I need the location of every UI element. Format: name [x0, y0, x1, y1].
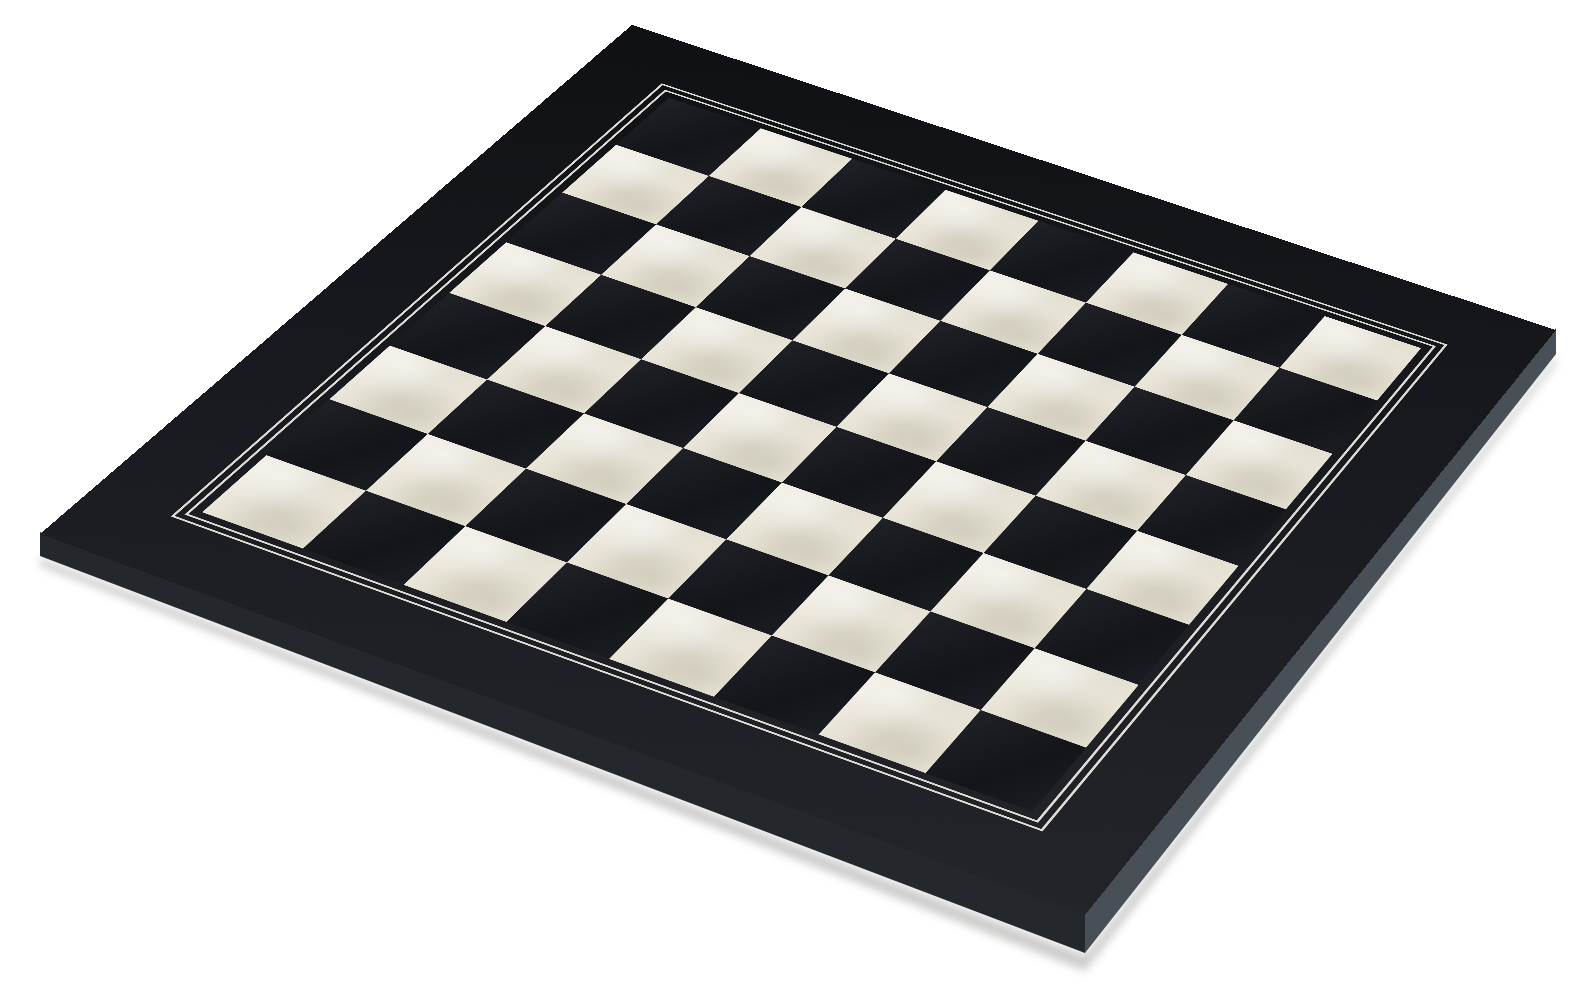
product-photo-scene [0, 0, 1581, 984]
